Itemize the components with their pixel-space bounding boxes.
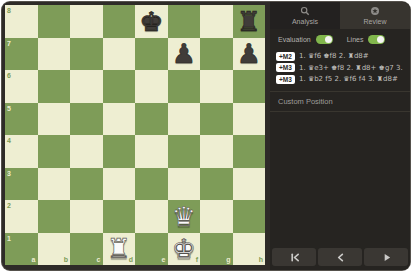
square-c4[interactable] [70, 135, 103, 168]
engine-line-1[interactable]: +M21. ♛f6 ♚f8 2. ♜d8# [276, 52, 404, 61]
square-f1[interactable]: f♚ [168, 233, 201, 266]
square-d1[interactable]: d♜ [103, 233, 136, 266]
square-b5[interactable] [38, 103, 71, 136]
square-a6[interactable]: 6 [5, 70, 38, 103]
tab-review[interactable]: Review [340, 2, 410, 29]
tab-analysis[interactable]: Analysis [270, 2, 340, 29]
square-d7[interactable] [103, 38, 136, 71]
analysis-panel: Analysis Review Evaluation Lines +M21. ♛… [270, 2, 410, 270]
square-c6[interactable] [70, 70, 103, 103]
square-b1[interactable]: b [38, 233, 71, 266]
evaluation-toggle-label: Evaluation [278, 36, 311, 43]
status-label: Custom Position [270, 91, 410, 112]
square-a4[interactable]: 4 [5, 135, 38, 168]
evaluation-badge: +M3 [276, 75, 295, 84]
square-b7[interactable] [38, 38, 71, 71]
square-g8[interactable] [200, 5, 233, 38]
square-c2[interactable] [70, 200, 103, 233]
square-c8[interactable] [70, 5, 103, 38]
square-e4[interactable] [135, 135, 168, 168]
square-f5[interactable] [168, 103, 201, 136]
square-e8[interactable]: ♚ [135, 5, 168, 38]
next-move-icon [380, 252, 393, 263]
panel-tabs: Analysis Review [270, 2, 410, 29]
square-h6[interactable] [233, 70, 266, 103]
rank-label-2: 2 [7, 202, 11, 209]
square-f2[interactable]: ♛ [168, 200, 201, 233]
square-b2[interactable] [38, 200, 71, 233]
square-h4[interactable] [233, 135, 266, 168]
square-a8[interactable]: 8 [5, 5, 38, 38]
square-e5[interactable] [135, 103, 168, 136]
line-moves: 1. ♛f6 ♚f8 2. ♜d8# [299, 52, 369, 60]
engine-line-2[interactable]: +M31. ♛e3+ ♚f8 2. ♜d8+ ♚g7 3. ♛g5# [276, 63, 404, 72]
square-e7[interactable] [135, 38, 168, 71]
square-h7[interactable]: ♟ [233, 38, 266, 71]
square-h8[interactable]: ♜ [233, 5, 266, 38]
square-d8[interactable] [103, 5, 136, 38]
square-f3[interactable] [168, 168, 201, 201]
white-queen[interactable]: ♛ [168, 200, 201, 233]
evaluation-badge: +M3 [276, 63, 295, 72]
file-label-a: a [32, 256, 36, 263]
rank-label-4: 4 [7, 137, 11, 144]
square-c3[interactable] [70, 168, 103, 201]
rank-label-3: 3 [7, 170, 11, 177]
square-h2[interactable] [233, 200, 266, 233]
rank-label-5: 5 [7, 105, 11, 112]
square-h5[interactable] [233, 103, 266, 136]
square-e3[interactable] [135, 168, 168, 201]
square-d6[interactable] [103, 70, 136, 103]
file-label-e: e [162, 256, 166, 263]
square-g4[interactable] [200, 135, 233, 168]
square-d4[interactable] [103, 135, 136, 168]
square-a7[interactable]: 7 [5, 38, 38, 71]
square-g3[interactable] [200, 168, 233, 201]
tab-review-label: Review [364, 18, 387, 25]
square-h3[interactable] [233, 168, 266, 201]
square-a2[interactable]: 2 [5, 200, 38, 233]
square-d3[interactable] [103, 168, 136, 201]
black-pawn[interactable]: ♟ [233, 38, 266, 71]
engine-lines: +M21. ♛f6 ♚f8 2. ♜d8#+M31. ♛e3+ ♚f8 2. ♜… [270, 46, 410, 88]
line-moves: 1. ♛e3+ ♚f8 2. ♜d8+ ♚g7 3. ♛g5# [299, 64, 404, 72]
previous-move-button[interactable] [318, 248, 362, 266]
white-king[interactable]: ♚ [168, 233, 201, 266]
file-label-b: b [64, 256, 68, 263]
evaluation-toggle[interactable] [316, 35, 333, 44]
next-move-button[interactable] [364, 248, 408, 266]
file-label-c: c [97, 256, 101, 263]
evaluation-badge: +M2 [276, 52, 295, 61]
panel-empty-area [270, 112, 410, 245]
white-rook[interactable]: ♜ [103, 233, 136, 266]
square-g7[interactable] [200, 38, 233, 71]
square-e6[interactable] [135, 70, 168, 103]
square-f6[interactable] [168, 70, 201, 103]
square-d5[interactable] [103, 103, 136, 136]
tab-analysis-label: Analysis [292, 18, 318, 25]
jump-to-start-button[interactable] [272, 248, 316, 266]
engine-line-3[interactable]: +M31. ♛b2 f5 2. ♛f6 f4 3. ♜d8# [276, 75, 404, 84]
black-king[interactable]: ♚ [135, 5, 168, 38]
square-e1[interactable]: e [135, 233, 168, 266]
rank-label-6: 6 [7, 72, 11, 79]
chess-board: 8♚♜7♟♟65432♛1abcd♜ef♚gh [5, 5, 265, 265]
square-g1[interactable]: g [200, 233, 233, 266]
square-a1[interactable]: 1a [5, 233, 38, 266]
square-c5[interactable] [70, 103, 103, 136]
file-label-g: g [226, 256, 230, 263]
square-f8[interactable] [168, 5, 201, 38]
star-circle-icon [370, 6, 380, 16]
square-e2[interactable] [135, 200, 168, 233]
square-f4[interactable] [168, 135, 201, 168]
square-b8[interactable] [38, 5, 71, 38]
square-g2[interactable] [200, 200, 233, 233]
toggle-row: Evaluation Lines [270, 29, 410, 46]
square-b4[interactable] [38, 135, 71, 168]
app-window: 8♚♜7♟♟65432♛1abcd♜ef♚gh Analysis Review … [2, 2, 410, 270]
rank-label-1: 1 [7, 235, 11, 242]
lines-toggle[interactable] [368, 35, 385, 44]
square-h1[interactable]: h [233, 233, 266, 266]
square-b6[interactable] [38, 70, 71, 103]
square-a3[interactable]: 3 [5, 168, 38, 201]
jump-to-start-icon [288, 252, 301, 263]
move-navigation-bar [270, 245, 410, 270]
line-moves: 1. ♛b2 f5 2. ♛f6 f4 3. ♜d8# [299, 75, 398, 83]
square-c7[interactable] [70, 38, 103, 71]
square-g6[interactable] [200, 70, 233, 103]
square-c1[interactable]: c [70, 233, 103, 266]
square-g5[interactable] [200, 103, 233, 136]
previous-move-icon [334, 252, 347, 263]
square-d2[interactable] [103, 200, 136, 233]
lines-toggle-label: Lines [347, 36, 364, 43]
rank-label-7: 7 [7, 40, 11, 47]
square-f7[interactable]: ♟ [168, 38, 201, 71]
rank-label-8: 8 [7, 7, 11, 14]
magnifier-icon [300, 6, 310, 16]
black-rook[interactable]: ♜ [233, 5, 266, 38]
file-label-h: h [259, 256, 263, 263]
square-b3[interactable] [38, 168, 71, 201]
black-pawn[interactable]: ♟ [168, 38, 201, 71]
square-a5[interactable]: 5 [5, 103, 38, 136]
